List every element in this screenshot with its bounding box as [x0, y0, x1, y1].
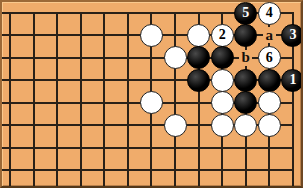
- intersection-c8r3[interactable]: [163, 47, 187, 69]
- intersection-c7r2[interactable]: [140, 24, 164, 46]
- intersection-c1r1[interactable]: [0, 2, 22, 24]
- intersection-c12r2[interactable]: a: [258, 24, 282, 46]
- intersection-c7r7[interactable]: [140, 136, 164, 158]
- point-label-b: b: [239, 50, 252, 66]
- intersection-c12r1[interactable]: 4: [258, 2, 282, 24]
- intersection-c10r1[interactable]: [210, 2, 234, 24]
- intersection-c9r2[interactable]: [187, 24, 211, 46]
- intersection-c9r4[interactable]: [187, 69, 211, 91]
- point-label-a: a: [263, 27, 276, 43]
- intersection-c8r6[interactable]: [163, 114, 187, 136]
- intersection-c10r7[interactable]: [210, 136, 234, 158]
- intersection-c5r7[interactable]: [93, 136, 117, 158]
- white-stone-move-2: 2: [211, 24, 234, 47]
- black-stone: [187, 46, 210, 69]
- intersection-c2r6[interactable]: [22, 114, 46, 136]
- intersection-c11r7[interactable]: [234, 136, 258, 158]
- intersection-c6r5[interactable]: [116, 91, 140, 113]
- intersection-c9r7[interactable]: [187, 136, 211, 158]
- intersection-c7r1[interactable]: [140, 2, 164, 24]
- intersection-c13r3[interactable]: [281, 47, 303, 69]
- intersection-c8r1[interactable]: [163, 2, 187, 24]
- go-board-grid: 542a3b61: [0, 2, 303, 181]
- intersection-c6r3[interactable]: [116, 47, 140, 69]
- intersection-c5r2[interactable]: [93, 24, 117, 46]
- intersection-c6r1[interactable]: [116, 2, 140, 24]
- intersection-c5r1[interactable]: [93, 2, 117, 24]
- intersection-c13r5[interactable]: [281, 91, 303, 113]
- intersection-c11r8[interactable]: [234, 159, 258, 181]
- intersection-c9r6[interactable]: [187, 114, 211, 136]
- white-stone: [211, 114, 234, 137]
- intersection-c7r4[interactable]: [140, 69, 164, 91]
- intersection-c8r4[interactable]: [163, 69, 187, 91]
- intersection-c13r7[interactable]: [281, 136, 303, 158]
- intersection-c1r8[interactable]: [0, 159, 22, 181]
- intersection-c8r8[interactable]: [163, 159, 187, 181]
- move-number: 4: [266, 6, 273, 20]
- white-stone: [187, 24, 210, 47]
- intersection-c4r4[interactable]: [69, 69, 93, 91]
- black-stone-move-5: 5: [234, 2, 257, 25]
- intersection-c1r5[interactable]: [0, 91, 22, 113]
- intersection-c11r6[interactable]: [234, 114, 258, 136]
- white-stone-move-6: 6: [258, 46, 281, 69]
- intersection-c6r8[interactable]: [116, 159, 140, 181]
- intersection-c1r2[interactable]: [0, 24, 22, 46]
- intersection-c11r2[interactable]: [234, 24, 258, 46]
- intersection-c2r1[interactable]: [22, 2, 46, 24]
- intersection-c3r3[interactable]: [45, 47, 69, 69]
- intersection-c4r8[interactable]: [69, 159, 93, 181]
- intersection-c8r2[interactable]: [163, 24, 187, 46]
- white-stone: [211, 91, 234, 114]
- intersection-c13r1[interactable]: [281, 2, 303, 24]
- black-stone-move-3: 3: [281, 24, 303, 47]
- move-number: 2: [219, 28, 226, 42]
- intersection-c4r2[interactable]: [69, 24, 93, 46]
- go-diagram: 542a3b61: [0, 0, 303, 188]
- intersection-c1r4[interactable]: [0, 69, 22, 91]
- white-stone: [164, 46, 187, 69]
- intersection-c9r3[interactable]: [187, 47, 211, 69]
- intersection-c10r5[interactable]: [210, 91, 234, 113]
- intersection-c3r7[interactable]: [45, 136, 69, 158]
- intersection-c11r3[interactable]: b: [234, 47, 258, 69]
- intersection-c1r6[interactable]: [0, 114, 22, 136]
- intersection-c5r6[interactable]: [93, 114, 117, 136]
- intersection-c10r6[interactable]: [210, 114, 234, 136]
- intersection-c4r6[interactable]: [69, 114, 93, 136]
- intersection-c7r3[interactable]: [140, 47, 164, 69]
- intersection-c13r2[interactable]: 3: [281, 24, 303, 46]
- white-stone-move-4: 4: [258, 2, 281, 25]
- intersection-c11r5[interactable]: [234, 91, 258, 113]
- intersection-c4r3[interactable]: [69, 47, 93, 69]
- intersection-c7r6[interactable]: [140, 114, 164, 136]
- intersection-c8r7[interactable]: [163, 136, 187, 158]
- move-number: 6: [266, 50, 273, 64]
- intersection-c2r3[interactable]: [22, 47, 46, 69]
- intersection-c3r1[interactable]: [45, 2, 69, 24]
- intersection-c5r5[interactable]: [93, 91, 117, 113]
- intersection-c10r2[interactable]: 2: [210, 24, 234, 46]
- intersection-c5r8[interactable]: [93, 159, 117, 181]
- intersection-c11r4[interactable]: [234, 69, 258, 91]
- intersection-c12r4[interactable]: [258, 69, 282, 91]
- move-number: 1: [289, 73, 296, 87]
- white-stone: [211, 69, 234, 92]
- black-stone: [234, 24, 257, 47]
- intersection-c5r4[interactable]: [93, 69, 117, 91]
- intersection-c12r8[interactable]: [258, 159, 282, 181]
- intersection-c2r2[interactable]: [22, 24, 46, 46]
- intersection-c2r7[interactable]: [22, 136, 46, 158]
- white-stone: [140, 24, 163, 47]
- intersection-c1r7[interactable]: [0, 136, 22, 158]
- move-number: 5: [242, 6, 249, 20]
- intersection-c3r2[interactable]: [45, 24, 69, 46]
- move-number: 3: [289, 28, 296, 42]
- intersection-c5r3[interactable]: [93, 47, 117, 69]
- intersection-c12r5[interactable]: [258, 91, 282, 113]
- intersection-c10r8[interactable]: [210, 159, 234, 181]
- black-stone-move-1: 1: [281, 69, 303, 92]
- intersection-c3r6[interactable]: [45, 114, 69, 136]
- intersection-c13r8[interactable]: [281, 159, 303, 181]
- intersection-c3r5[interactable]: [45, 91, 69, 113]
- intersection-c6r4[interactable]: [116, 69, 140, 91]
- intersection-c10r4[interactable]: [210, 69, 234, 91]
- intersection-c8r5[interactable]: [163, 91, 187, 113]
- intersection-c4r7[interactable]: [69, 136, 93, 158]
- intersection-c6r2[interactable]: [116, 24, 140, 46]
- black-stone: [258, 69, 281, 92]
- intersection-c12r3[interactable]: 6: [258, 47, 282, 69]
- intersection-c11r1[interactable]: 5: [234, 2, 258, 24]
- intersection-c12r7[interactable]: [258, 136, 282, 158]
- intersection-c6r6[interactable]: [116, 114, 140, 136]
- white-stone: [140, 91, 163, 114]
- intersection-c3r8[interactable]: [45, 159, 69, 181]
- intersection-c13r6[interactable]: [281, 114, 303, 136]
- intersection-c1r3[interactable]: [0, 47, 22, 69]
- intersection-c9r8[interactable]: [187, 159, 211, 181]
- black-stone: [187, 69, 210, 92]
- black-stone: [234, 91, 257, 114]
- intersection-c4r1[interactable]: [69, 2, 93, 24]
- white-stone: [258, 91, 281, 114]
- intersection-c3r4[interactable]: [45, 69, 69, 91]
- intersection-c6r7[interactable]: [116, 136, 140, 158]
- intersection-c2r8[interactable]: [22, 159, 46, 181]
- white-stone: [258, 114, 281, 137]
- black-stone: [211, 46, 234, 69]
- intersection-c9r1[interactable]: [187, 2, 211, 24]
- intersection-c4r5[interactable]: [69, 91, 93, 113]
- intersection-c7r5[interactable]: [140, 91, 164, 113]
- white-stone: [234, 114, 257, 137]
- intersection-c13r4[interactable]: 1: [281, 69, 303, 91]
- intersection-c10r3[interactable]: [210, 47, 234, 69]
- intersection-c12r6[interactable]: [258, 114, 282, 136]
- intersection-c2r4[interactable]: [22, 69, 46, 91]
- intersection-c2r5[interactable]: [22, 91, 46, 113]
- intersection-c7r8[interactable]: [140, 159, 164, 181]
- black-stone: [234, 69, 257, 92]
- white-stone: [164, 114, 187, 137]
- intersection-c9r5[interactable]: [187, 91, 211, 113]
